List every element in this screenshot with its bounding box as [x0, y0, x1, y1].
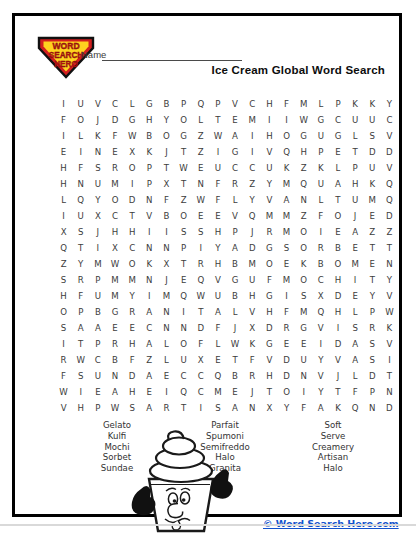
- grid-cell: U: [72, 96, 89, 112]
- grid-cell: D: [364, 368, 381, 384]
- grid-cell: V: [261, 192, 278, 208]
- name-blank-line: [102, 52, 242, 61]
- grid-cell: E: [192, 208, 209, 224]
- grid-cell: C: [244, 96, 261, 112]
- grid-cell: R: [106, 336, 123, 352]
- grid-cell: E: [364, 208, 381, 224]
- grid-cell: J: [347, 208, 364, 224]
- grid-cell: X: [261, 400, 278, 416]
- grid-cell: M: [106, 288, 123, 304]
- page-edge-line: [0, 524, 416, 526]
- grid-cell: D: [364, 144, 381, 160]
- grid-cell: D: [381, 400, 398, 416]
- grid-cell: P: [72, 304, 89, 320]
- grid-cell: B: [329, 240, 346, 256]
- grid-cell: L: [158, 352, 175, 368]
- grid-cell: N: [158, 320, 175, 336]
- grid-cell: I: [278, 288, 295, 304]
- grid-cell: D: [244, 240, 261, 256]
- grid-cell: N: [72, 176, 89, 192]
- grid-cell: M: [295, 96, 312, 112]
- grid-cell: I: [141, 288, 158, 304]
- grid-cell: E: [347, 240, 364, 256]
- grid-cell: U: [89, 368, 106, 384]
- grid-cell: X: [158, 256, 175, 272]
- grid-cell: V: [381, 128, 398, 144]
- page-title: Ice Cream Global Word Search: [165, 64, 385, 76]
- grid-cell: C: [192, 384, 209, 400]
- grid-cell: K: [244, 336, 261, 352]
- grid-cell: Y: [244, 192, 261, 208]
- grid-cell: C: [192, 368, 209, 384]
- grid-cell: V: [226, 96, 243, 112]
- grid-cell: H: [124, 336, 141, 352]
- grid-cell: P: [312, 144, 329, 160]
- grid-cell: Y: [312, 352, 329, 368]
- grid-cell: A: [226, 128, 243, 144]
- grid-cell: A: [141, 304, 158, 320]
- grid-cell: I: [381, 352, 398, 368]
- grid-cell: L: [347, 128, 364, 144]
- grid-cell: L: [312, 96, 329, 112]
- grid-cell: V: [261, 352, 278, 368]
- grid-cell: I: [55, 96, 72, 112]
- grid-cell: W: [192, 192, 209, 208]
- word-grid: IUVCLGBPQPVCHFMLPKKYFOJDGHYOLTEMIIWGCUUC…: [55, 96, 398, 416]
- grid-cell: I: [329, 320, 346, 336]
- grid-cell: F: [55, 112, 72, 128]
- page-frame: WORD SEARCH HERO Name Ice Cream Global W…: [12, 13, 402, 517]
- word-item: Halo: [290, 463, 376, 474]
- grid-cell: I: [175, 304, 192, 320]
- grid-cell: S: [192, 224, 209, 240]
- grid-cell: G: [261, 336, 278, 352]
- grid-cell: O: [106, 192, 123, 208]
- grid-cell: Z: [192, 144, 209, 160]
- grid-cell: R: [192, 256, 209, 272]
- grid-cell: T: [261, 384, 278, 400]
- grid-cell: D: [192, 320, 209, 336]
- grid-cell: H: [141, 112, 158, 128]
- grid-cell: S: [295, 288, 312, 304]
- grid-cell: N: [295, 192, 312, 208]
- grid-cell: T: [72, 240, 89, 256]
- grid-cell: H: [261, 128, 278, 144]
- grid-cell: T: [347, 144, 364, 160]
- grid-cell: P: [347, 160, 364, 176]
- grid-cell: Y: [278, 400, 295, 416]
- grid-cell: Y: [312, 384, 329, 400]
- grid-cell: G: [226, 144, 243, 160]
- grid-cell: D: [329, 288, 346, 304]
- grid-cell: O: [158, 128, 175, 144]
- grid-cell: L: [55, 192, 72, 208]
- grid-cell: Z: [175, 192, 192, 208]
- grid-cell: G: [329, 128, 346, 144]
- grid-cell: E: [364, 256, 381, 272]
- ice-cream-mascot: [121, 427, 239, 534]
- grid-cell: A: [141, 368, 158, 384]
- grid-cell: B: [106, 352, 123, 368]
- grid-cell: F: [312, 208, 329, 224]
- grid-cell: K: [278, 160, 295, 176]
- grid-cell: N: [381, 256, 398, 272]
- grid-cell: X: [55, 224, 72, 240]
- grid-cell: T: [175, 400, 192, 416]
- grid-cell: J: [329, 368, 346, 384]
- grid-cell: F: [106, 128, 123, 144]
- grid-cell: T: [175, 176, 192, 192]
- grid-cell: W: [381, 304, 398, 320]
- grid-cell: X: [89, 208, 106, 224]
- grid-cell: J: [226, 320, 243, 336]
- grid-cell: V: [141, 208, 158, 224]
- grid-cell: A: [347, 224, 364, 240]
- grid-cell: C: [312, 272, 329, 288]
- grid-cell: I: [244, 144, 261, 160]
- grid-cell: S: [364, 336, 381, 352]
- grid-cell: I: [72, 384, 89, 400]
- grid-cell: F: [209, 320, 226, 336]
- grid-cell: C: [175, 368, 192, 384]
- grid-cell: A: [106, 384, 123, 400]
- grid-cell: H: [209, 224, 226, 240]
- grid-cell: O: [175, 336, 192, 352]
- grid-cell: F: [72, 288, 89, 304]
- grid-cell: M: [278, 224, 295, 240]
- grid-cell: W: [192, 288, 209, 304]
- grid-cell: A: [141, 400, 158, 416]
- grid-cell: V: [244, 304, 261, 320]
- grid-cell: I: [89, 240, 106, 256]
- grid-cell: H: [55, 176, 72, 192]
- grid-cell: N: [141, 240, 158, 256]
- grid-cell: Y: [72, 256, 89, 272]
- grid-cell: L: [347, 304, 364, 320]
- word-item: Serve: [290, 431, 376, 442]
- grid-cell: Z: [381, 224, 398, 240]
- grid-cell: G: [124, 112, 141, 128]
- grid-cell: L: [347, 368, 364, 384]
- grid-cell: K: [364, 96, 381, 112]
- grid-cell: L: [226, 192, 243, 208]
- grid-cell: U: [295, 352, 312, 368]
- grid-cell: I: [261, 112, 278, 128]
- grid-cell: N: [141, 272, 158, 288]
- grid-cell: N: [295, 368, 312, 384]
- grid-cell: S: [55, 320, 72, 336]
- grid-cell: N: [141, 192, 158, 208]
- grid-cell: C: [381, 112, 398, 128]
- grid-cell: W: [106, 256, 123, 272]
- grid-cell: T: [124, 208, 141, 224]
- grid-cell: V: [312, 368, 329, 384]
- grid-cell: E: [141, 384, 158, 400]
- grid-cell: F: [192, 336, 209, 352]
- grid-cell: T: [381, 240, 398, 256]
- grid-cell: I: [141, 224, 158, 240]
- grid-cell: N: [175, 320, 192, 336]
- grid-cell: F: [209, 176, 226, 192]
- grid-cell: E: [209, 352, 226, 368]
- grid-cell: O: [72, 112, 89, 128]
- grid-cell: V: [55, 400, 72, 416]
- grid-cell: T: [364, 272, 381, 288]
- grid-cell: W: [295, 112, 312, 128]
- grid-cell: B: [158, 208, 175, 224]
- grid-cell: U: [347, 192, 364, 208]
- grid-cell: T: [226, 352, 243, 368]
- grid-cell: S: [124, 400, 141, 416]
- grid-cell: I: [158, 224, 175, 240]
- grid-cell: K: [312, 160, 329, 176]
- grid-cell: R: [261, 224, 278, 240]
- grid-cell: A: [72, 320, 89, 336]
- grid-cell: R: [312, 240, 329, 256]
- grid-cell: V: [261, 144, 278, 160]
- grid-cell: C: [141, 320, 158, 336]
- grid-cell: R: [364, 320, 381, 336]
- grid-cell: N: [158, 304, 175, 320]
- grid-cell: I: [209, 144, 226, 160]
- word-item: Soft: [290, 420, 376, 431]
- grid-cell: B: [312, 256, 329, 272]
- grid-cell: M: [364, 192, 381, 208]
- grid-cell: Y: [124, 288, 141, 304]
- grid-cell: H: [72, 400, 89, 416]
- grid-cell: I: [124, 176, 141, 192]
- grid-cell: H: [295, 144, 312, 160]
- grid-cell: H: [124, 384, 141, 400]
- grid-cell: A: [89, 320, 106, 336]
- word-list-right: SoftServeCreameryArtisanHalo: [290, 420, 376, 474]
- grid-cell: I: [244, 128, 261, 144]
- grid-cell: E: [278, 336, 295, 352]
- grid-cell: M: [278, 272, 295, 288]
- grid-cell: M: [347, 256, 364, 272]
- grid-cell: H: [244, 288, 261, 304]
- grid-cell: J: [244, 384, 261, 400]
- grid-cell: Z: [364, 224, 381, 240]
- grid-cell: O: [124, 256, 141, 272]
- grid-cell: L: [124, 96, 141, 112]
- grid-cell: B: [226, 256, 243, 272]
- grid-cell: U: [72, 208, 89, 224]
- grid-cell: Z: [55, 256, 72, 272]
- grid-cell: F: [347, 384, 364, 400]
- grid-cell: G: [106, 304, 123, 320]
- grid-cell: X: [192, 352, 209, 368]
- grid-cell: Q: [295, 176, 312, 192]
- grid-cell: R: [106, 160, 123, 176]
- grid-cell: H: [329, 272, 346, 288]
- grid-cell: L: [312, 192, 329, 208]
- grid-cell: K: [141, 256, 158, 272]
- grid-cell: V: [226, 208, 243, 224]
- grid-cell: F: [244, 352, 261, 368]
- grid-cell: M: [158, 288, 175, 304]
- grid-cell: F: [124, 352, 141, 368]
- word-item: Artisan: [290, 452, 376, 463]
- grid-cell: F: [278, 96, 295, 112]
- grid-cell: M: [295, 304, 312, 320]
- grid-cell: A: [347, 336, 364, 352]
- grid-cell: J: [89, 224, 106, 240]
- grid-cell: P: [226, 224, 243, 240]
- grid-cell: P: [364, 384, 381, 400]
- grid-cell: T: [192, 304, 209, 320]
- grid-cell: V: [209, 272, 226, 288]
- grid-cell: U: [312, 176, 329, 192]
- grid-cell: A: [329, 176, 346, 192]
- grid-cell: P: [175, 240, 192, 256]
- grid-cell: N: [364, 400, 381, 416]
- grid-cell: P: [329, 96, 346, 112]
- grid-cell: C: [244, 160, 261, 176]
- grid-cell: A: [226, 240, 243, 256]
- grid-cell: L: [72, 128, 89, 144]
- grid-cell: I: [312, 336, 329, 352]
- grid-cell: Q: [192, 272, 209, 288]
- grid-cell: E: [124, 320, 141, 336]
- grid-cell: Y: [381, 272, 398, 288]
- grid-cell: V: [89, 96, 106, 112]
- grid-cell: I: [55, 336, 72, 352]
- grid-cell: P: [364, 304, 381, 320]
- grid-cell: N: [106, 368, 123, 384]
- grid-cell: W: [55, 384, 72, 400]
- grid-cell: E: [226, 384, 243, 400]
- grid-cell: I: [295, 384, 312, 400]
- grid-cell: Y: [89, 192, 106, 208]
- grid-cell: M: [278, 208, 295, 224]
- grid-cell: U: [209, 160, 226, 176]
- grid-cell: H: [329, 304, 346, 320]
- grid-cell: O: [278, 384, 295, 400]
- grid-cell: O: [124, 160, 141, 176]
- grid-cell: L: [329, 160, 346, 176]
- grid-cell: R: [55, 352, 72, 368]
- grid-cell: Y: [381, 96, 398, 112]
- grid-cell: R: [244, 368, 261, 384]
- grid-cell: G: [141, 96, 158, 112]
- grid-cell: T: [364, 240, 381, 256]
- grid-cell: S: [278, 240, 295, 256]
- grid-cell: U: [261, 160, 278, 176]
- grid-cell: O: [329, 256, 346, 272]
- grid-cell: S: [175, 224, 192, 240]
- grid-cell: D: [106, 112, 123, 128]
- grid-cell: I: [158, 384, 175, 400]
- grid-cell: Q: [192, 96, 209, 112]
- grid-cell: K: [141, 144, 158, 160]
- grid-cell: B: [158, 96, 175, 112]
- grid-cell: I: [192, 400, 209, 416]
- grid-cell: L: [226, 304, 243, 320]
- grid-cell: C: [89, 352, 106, 368]
- grid-cell: O: [295, 224, 312, 240]
- grid-cell: U: [89, 176, 106, 192]
- grid-cell: C: [124, 240, 141, 256]
- grid-cell: S: [364, 128, 381, 144]
- grid-cell: J: [89, 112, 106, 128]
- grid-cell: F: [209, 192, 226, 208]
- grid-cell: X: [124, 144, 141, 160]
- grid-cell: W: [226, 336, 243, 352]
- grid-cell: Q: [209, 368, 226, 384]
- grid-cell: A: [209, 304, 226, 320]
- grid-cell: B: [226, 288, 243, 304]
- grid-cell: Y: [209, 240, 226, 256]
- grid-cell: N: [89, 144, 106, 160]
- grid-cell: T: [209, 112, 226, 128]
- grid-cell: Z: [295, 160, 312, 176]
- grid-cell: I: [192, 240, 209, 256]
- grid-cell: H: [347, 176, 364, 192]
- grid-cell: E: [106, 144, 123, 160]
- grid-cell: Q: [244, 208, 261, 224]
- grid-cell: D: [278, 352, 295, 368]
- grid-cell: W: [72, 352, 89, 368]
- grid-cell: Q: [175, 384, 192, 400]
- grid-cell: I: [72, 144, 89, 160]
- grid-cell: J: [158, 144, 175, 160]
- grid-cell: N: [381, 384, 398, 400]
- grid-cell: G: [312, 112, 329, 128]
- grid-cell: G: [261, 288, 278, 304]
- grid-cell: Q: [278, 144, 295, 160]
- grid-cell: N: [158, 240, 175, 256]
- grid-cell: H: [55, 160, 72, 176]
- grid-cell: T: [175, 256, 192, 272]
- grid-cell: I: [55, 208, 72, 224]
- grid-cell: A: [347, 352, 364, 368]
- grid-cell: M: [124, 272, 141, 288]
- grid-cell: O: [175, 112, 192, 128]
- grid-cell: H: [261, 304, 278, 320]
- grid-cell: H: [261, 368, 278, 384]
- grid-cell: F: [278, 304, 295, 320]
- svg-text:WORD: WORD: [52, 41, 79, 51]
- grid-cell: H: [261, 96, 278, 112]
- grid-cell: O: [278, 128, 295, 144]
- grid-cell: G: [175, 128, 192, 144]
- word-item: Creamery: [290, 442, 376, 453]
- grid-cell: K: [381, 320, 398, 336]
- grid-cell: P: [175, 96, 192, 112]
- grid-cell: D: [278, 368, 295, 384]
- grid-cell: E: [192, 160, 209, 176]
- grid-cell: T: [381, 368, 398, 384]
- grid-cell: X: [244, 320, 261, 336]
- grid-cell: H: [55, 288, 72, 304]
- grid-cell: U: [312, 128, 329, 144]
- grid-cell: D: [381, 208, 398, 224]
- grid-cell: F: [295, 400, 312, 416]
- grid-cell: Q: [381, 176, 398, 192]
- grid-cell: M: [261, 208, 278, 224]
- grid-cell: V: [381, 336, 398, 352]
- grid-cell: B: [226, 368, 243, 384]
- grid-cell: U: [364, 112, 381, 128]
- grid-cell: M: [244, 256, 261, 272]
- grid-cell: R: [72, 272, 89, 288]
- grid-cell: E: [278, 256, 295, 272]
- grid-cell: V: [381, 288, 398, 304]
- grid-cell: S: [89, 160, 106, 176]
- grid-cell: C: [106, 96, 123, 112]
- grid-cell: M: [106, 176, 123, 192]
